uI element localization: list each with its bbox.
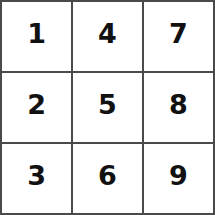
- cell-value: 7: [169, 20, 188, 47]
- cell-r1c3[interactable]: 7: [144, 2, 213, 71]
- cell-value: 5: [98, 91, 117, 118]
- cell-value: 1: [27, 20, 46, 47]
- cell-value: 2: [27, 91, 46, 118]
- cell-r2c2[interactable]: 5: [73, 73, 142, 142]
- cell-value: 3: [27, 162, 46, 189]
- cell-value: 8: [169, 91, 188, 118]
- cell-r1c2[interactable]: 4: [73, 2, 142, 71]
- cell-r1c1[interactable]: 1: [2, 2, 71, 71]
- number-grid-board: 1 4 7 2 5 8 3 6 9: [0, 0, 215, 215]
- page-background: 1 4 7 2 5 8 3 6 9: [0, 0, 215, 215]
- cell-value: 6: [98, 162, 117, 189]
- cell-r3c2[interactable]: 6: [73, 144, 142, 213]
- cell-r3c3[interactable]: 9: [144, 144, 213, 213]
- cell-r2c3[interactable]: 8: [144, 73, 213, 142]
- cell-r3c1[interactable]: 3: [2, 144, 71, 213]
- cell-r2c1[interactable]: 2: [2, 73, 71, 142]
- cell-value: 4: [98, 20, 117, 47]
- cell-value: 9: [169, 162, 188, 189]
